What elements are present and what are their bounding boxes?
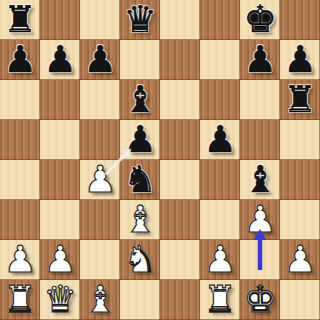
square-b8[interactable] — [40, 0, 80, 40]
square-e8[interactable] — [160, 0, 200, 40]
square-c3[interactable] — [80, 200, 120, 240]
square-a2[interactable]: ♟ — [0, 240, 40, 280]
square-e5[interactable] — [160, 120, 200, 160]
piece-white-pawn-h2[interactable]: ♟ — [280, 240, 320, 280]
piece-white-pawn-a2[interactable]: ♟ — [0, 240, 40, 280]
square-h4[interactable] — [280, 160, 320, 200]
square-e7[interactable] — [160, 40, 200, 80]
piece-white-bishop-c1[interactable]: ♝ — [80, 280, 120, 320]
square-g2[interactable] — [240, 240, 280, 280]
square-a5[interactable] — [0, 120, 40, 160]
square-d2[interactable]: ♞ — [120, 240, 160, 280]
square-c5[interactable] — [80, 120, 120, 160]
square-e1[interactable] — [160, 280, 200, 320]
piece-white-rook-f1[interactable]: ♜ — [200, 280, 240, 320]
piece-white-rook-a1[interactable]: ♜ — [0, 280, 40, 320]
square-g4[interactable]: ♝ — [240, 160, 280, 200]
square-b7[interactable]: ♟ — [40, 40, 80, 80]
square-g3[interactable]: ♟ — [240, 200, 280, 240]
square-g6[interactable] — [240, 80, 280, 120]
square-h7[interactable]: ♟ — [280, 40, 320, 80]
piece-black-bishop-d6[interactable]: ♝ — [120, 80, 160, 120]
piece-black-queen-d8[interactable]: ♛ — [120, 0, 160, 40]
piece-black-king-g8[interactable]: ♚ — [240, 0, 280, 40]
square-g8[interactable]: ♚ — [240, 0, 280, 40]
piece-white-pawn-b2[interactable]: ♟ — [40, 240, 80, 280]
square-f8[interactable] — [200, 0, 240, 40]
square-g5[interactable] — [240, 120, 280, 160]
square-c1[interactable]: ♝ — [80, 280, 120, 320]
square-b6[interactable] — [40, 80, 80, 120]
square-c4[interactable]: ♟ — [80, 160, 120, 200]
square-b2[interactable]: ♟ — [40, 240, 80, 280]
piece-white-king-g1[interactable]: ♚ — [240, 280, 280, 320]
square-c6[interactable] — [80, 80, 120, 120]
piece-black-pawn-a7[interactable]: ♟ — [0, 40, 40, 80]
square-d7[interactable] — [120, 40, 160, 80]
square-b4[interactable] — [40, 160, 80, 200]
chess-board: ♜♛♚♟♟♟♟♟♝♜♟♟♟♞♝♝♟♟♟♞♟♟♜♛♝♜♚ — [0, 0, 320, 320]
piece-black-pawn-d5[interactable]: ♟ — [120, 120, 160, 160]
square-c8[interactable] — [80, 0, 120, 40]
square-b3[interactable] — [40, 200, 80, 240]
square-f3[interactable] — [200, 200, 240, 240]
square-h8[interactable] — [280, 0, 320, 40]
square-c2[interactable] — [80, 240, 120, 280]
square-a3[interactable] — [0, 200, 40, 240]
piece-black-pawn-f5[interactable]: ♟ — [200, 120, 240, 160]
piece-white-pawn-f2[interactable]: ♟ — [200, 240, 240, 280]
square-d4[interactable]: ♞ — [120, 160, 160, 200]
square-h3[interactable] — [280, 200, 320, 240]
square-f6[interactable] — [200, 80, 240, 120]
piece-black-bishop-g4[interactable]: ♝ — [240, 160, 280, 200]
piece-black-pawn-b7[interactable]: ♟ — [40, 40, 80, 80]
square-e3[interactable] — [160, 200, 200, 240]
square-a6[interactable] — [0, 80, 40, 120]
square-h1[interactable] — [280, 280, 320, 320]
square-f2[interactable]: ♟ — [200, 240, 240, 280]
square-a7[interactable]: ♟ — [0, 40, 40, 80]
piece-white-queen-b1[interactable]: ♛ — [40, 280, 80, 320]
square-d3[interactable]: ♝ — [120, 200, 160, 240]
piece-black-pawn-h7[interactable]: ♟ — [280, 40, 320, 80]
square-h5[interactable] — [280, 120, 320, 160]
square-h6[interactable]: ♜ — [280, 80, 320, 120]
piece-white-bishop-d3[interactable]: ♝ — [120, 200, 160, 240]
square-g1[interactable]: ♚ — [240, 280, 280, 320]
square-e4[interactable] — [160, 160, 200, 200]
square-a8[interactable]: ♜ — [0, 0, 40, 40]
piece-black-pawn-g7[interactable]: ♟ — [240, 40, 280, 80]
piece-white-pawn-g3[interactable]: ♟ — [240, 200, 280, 240]
square-d5[interactable]: ♟ — [120, 120, 160, 160]
piece-black-knight-d4[interactable]: ♞ — [120, 160, 160, 200]
piece-white-knight-d2[interactable]: ♞ — [120, 240, 160, 280]
square-e6[interactable] — [160, 80, 200, 120]
square-d8[interactable]: ♛ — [120, 0, 160, 40]
piece-black-rook-h6[interactable]: ♜ — [280, 80, 320, 120]
piece-black-rook-a8[interactable]: ♜ — [0, 0, 40, 40]
square-f7[interactable] — [200, 40, 240, 80]
piece-white-pawn-c4[interactable]: ♟ — [80, 160, 120, 200]
piece-black-pawn-c7[interactable]: ♟ — [80, 40, 120, 80]
chess-app: ♜♛♚♟♟♟♟♟♝♜♟♟♟♞♝♝♟♟♟♞♟♟♜♛♝♜♚ — [0, 0, 320, 320]
square-h2[interactable]: ♟ — [280, 240, 320, 280]
square-b5[interactable] — [40, 120, 80, 160]
square-f1[interactable]: ♜ — [200, 280, 240, 320]
square-a1[interactable]: ♜ — [0, 280, 40, 320]
square-a4[interactable] — [0, 160, 40, 200]
square-e2[interactable] — [160, 240, 200, 280]
square-f4[interactable] — [200, 160, 240, 200]
square-f5[interactable]: ♟ — [200, 120, 240, 160]
square-c7[interactable]: ♟ — [80, 40, 120, 80]
square-b1[interactable]: ♛ — [40, 280, 80, 320]
square-d6[interactable]: ♝ — [120, 80, 160, 120]
square-d1[interactable] — [120, 280, 160, 320]
square-g7[interactable]: ♟ — [240, 40, 280, 80]
